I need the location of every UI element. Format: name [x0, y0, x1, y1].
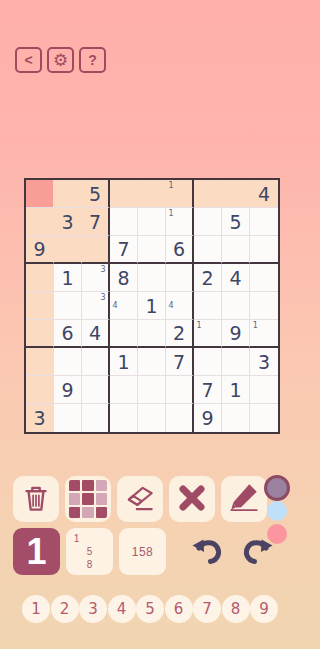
color-grid-icon	[69, 480, 107, 518]
cell-r3c8[interactable]	[250, 264, 278, 292]
pencil-mark-digit: 1	[167, 181, 175, 190]
numpad-9[interactable]: 9	[250, 595, 278, 623]
cell-r2c5[interactable]: 6	[166, 236, 194, 264]
cell-digit: 7	[173, 351, 185, 373]
pencil-marks: 1	[167, 181, 191, 206]
cell-r7c2[interactable]	[82, 376, 110, 404]
pencil-marks: 3	[83, 265, 107, 290]
pencil-marks: 1	[251, 321, 277, 345]
eraser-button[interactable]	[117, 476, 163, 522]
cell-r4c5[interactable]: 4	[166, 292, 194, 320]
cell-r3c1[interactable]: 1	[54, 264, 82, 292]
cell-r7c3[interactable]	[110, 376, 138, 404]
cell-r0c8[interactable]: 4	[250, 180, 278, 208]
numpad-5[interactable]: 5	[136, 595, 164, 623]
cell-r1c3[interactable]	[110, 208, 138, 236]
cell-r7c5[interactable]	[166, 376, 194, 404]
cell-r8c3[interactable]	[110, 404, 138, 432]
pencil-marks: 4	[111, 293, 136, 318]
cell-r3c4[interactable]	[138, 264, 166, 292]
cell-r4c3[interactable]: 4	[110, 292, 138, 320]
cell-r0c7[interactable]	[222, 180, 250, 208]
cell-r4c6[interactable]	[194, 292, 222, 320]
cell-digit: 6	[173, 238, 185, 260]
cell-r2c4[interactable]	[138, 236, 166, 264]
cell-r5c6[interactable]: 1	[194, 320, 222, 348]
cell-r0c4[interactable]	[138, 180, 166, 208]
trash-icon	[19, 481, 53, 518]
cell-r8c4[interactable]	[138, 404, 166, 432]
cell-r8c7[interactable]	[222, 404, 250, 432]
cell-r5c3[interactable]	[110, 320, 138, 348]
cell-digit: 1	[229, 379, 241, 401]
cell-r4c2[interactable]: 3	[82, 292, 110, 320]
pencil-marks: 1	[195, 321, 220, 345]
help-button[interactable]: ?	[79, 47, 106, 73]
undo-icon	[191, 556, 223, 571]
cell-r6c4[interactable]	[138, 348, 166, 376]
numpad-8[interactable]: 8	[222, 595, 250, 623]
redo-button[interactable]	[242, 536, 274, 568]
pencil-mark-digit: 4	[111, 301, 119, 310]
cell-r1c8[interactable]	[250, 208, 278, 236]
numpad-2[interactable]: 2	[51, 595, 79, 623]
color-grid-square	[82, 493, 93, 504]
cell-digit: 9	[229, 322, 241, 344]
cell-r2c7[interactable]	[222, 236, 250, 264]
cell-r5c0[interactable]	[26, 320, 54, 348]
center-marks-button[interactable]: 158	[119, 528, 166, 575]
cell-r7c4[interactable]	[138, 376, 166, 404]
cell-r1c4[interactable]	[138, 208, 166, 236]
back-icon: <	[24, 53, 32, 67]
cell-r2c2[interactable]	[82, 236, 110, 264]
color-grid-square	[82, 480, 93, 491]
pen-button[interactable]	[221, 476, 267, 522]
cell-r1c7[interactable]: 5	[222, 208, 250, 236]
cell-r2c1[interactable]	[54, 236, 82, 264]
color-dot-0[interactable]	[267, 478, 287, 498]
cell-r3c2[interactable]: 3	[82, 264, 110, 292]
numpad-6[interactable]: 6	[165, 595, 193, 623]
corner-marks-button[interactable]: 158	[66, 528, 113, 575]
cell-r6c6[interactable]	[194, 348, 222, 376]
cell-r7c0[interactable]	[26, 376, 54, 404]
cell-r1c5[interactable]: 1	[166, 208, 194, 236]
cell-r4c4[interactable]: 1	[138, 292, 166, 320]
numpad-3[interactable]: 3	[79, 595, 107, 623]
cell-r4c8[interactable]	[250, 292, 278, 320]
cell-r8c6[interactable]: 9	[194, 404, 222, 432]
color-grid-square	[96, 507, 107, 518]
delete-button[interactable]	[13, 476, 59, 522]
eraser-icon	[123, 481, 157, 518]
numpad-1[interactable]: 1	[22, 595, 50, 623]
cell-r7c8[interactable]	[250, 376, 278, 404]
cell-r7c6[interactable]: 7	[194, 376, 222, 404]
color-grid-square	[96, 480, 107, 491]
numpad-4[interactable]: 4	[108, 595, 136, 623]
cell-r0c3[interactable]	[110, 180, 138, 208]
cell-r4c7[interactable]	[222, 292, 250, 320]
cell-digit: 9	[33, 238, 45, 260]
cell-r0c6[interactable]	[194, 180, 222, 208]
cell-r2c6[interactable]	[194, 236, 222, 264]
number-pad: 123456789	[22, 595, 278, 623]
cell-digit: 9	[61, 379, 73, 401]
cell-digit: 2	[173, 322, 185, 344]
pencil-mark-digit: 3	[99, 293, 107, 302]
cell-digit: 7	[117, 238, 129, 260]
cell-digit: 3	[258, 351, 270, 373]
color-grid-button[interactable]	[65, 476, 111, 522]
cell-r3c6[interactable]: 2	[194, 264, 222, 292]
cell-digit: 4	[89, 322, 101, 344]
color-grid-square	[69, 480, 80, 491]
cell-r2c0[interactable]: 9	[26, 236, 54, 264]
entry-row: 1 158 158	[13, 528, 274, 575]
color-grid-square	[69, 507, 80, 518]
cell-r1c2[interactable]: 7	[82, 208, 110, 236]
cell-r5c7[interactable]: 9	[222, 320, 250, 348]
big-digit-button[interactable]: 1	[13, 528, 60, 575]
edit-toolbar	[13, 476, 267, 522]
pen-icon	[227, 481, 261, 518]
gear-icon: ⚙	[53, 52, 68, 69]
cell-r5c2[interactable]: 4	[82, 320, 110, 348]
numpad-7[interactable]: 7	[193, 595, 221, 623]
pencil-mark-digit: 1	[167, 209, 175, 218]
cell-r2c3[interactable]: 7	[110, 236, 138, 264]
corner-mark-digit: 8	[83, 558, 96, 571]
cell-r0c0[interactable]	[26, 180, 54, 208]
cell-digit: 7	[89, 211, 101, 233]
cell-r8c1[interactable]	[54, 404, 82, 432]
pencil-marks: 3	[83, 293, 107, 318]
cell-r1c0[interactable]	[26, 208, 54, 236]
cell-digit: 3	[33, 407, 45, 429]
cell-digit: 4	[229, 267, 241, 289]
cell-digit: 3	[61, 211, 73, 233]
cell-r6c3[interactable]: 1	[110, 348, 138, 376]
cell-digit: 1	[145, 295, 157, 317]
cell-r3c3[interactable]: 8	[110, 264, 138, 292]
pencil-mark-digit: 4	[167, 301, 175, 310]
cell-r8c8[interactable]	[250, 404, 278, 432]
question-icon: ?	[88, 53, 97, 67]
cell-r5c1[interactable]: 6	[54, 320, 82, 348]
color-grid-square	[69, 493, 80, 504]
cell-r5c5[interactable]: 2	[166, 320, 194, 348]
pencil-mark-digit: 1	[251, 321, 260, 330]
cell-r6c2[interactable]	[82, 348, 110, 376]
color-dot-1[interactable]	[267, 501, 287, 521]
cell-r6c7[interactable]	[222, 348, 250, 376]
corner-marks-preview: 158	[70, 532, 109, 571]
pencil-mark-digit: 3	[99, 265, 107, 274]
cell-r7c7[interactable]: 1	[222, 376, 250, 404]
cell-r8c2[interactable]	[82, 404, 110, 432]
color-grid-square	[82, 507, 93, 518]
clear-button[interactable]	[169, 476, 215, 522]
cell-r3c5[interactable]	[166, 264, 194, 292]
cell-r1c6[interactable]	[194, 208, 222, 236]
pencil-marks: 4	[167, 293, 191, 318]
cell-digit: 4	[258, 183, 270, 205]
cell-r8c0[interactable]: 3	[26, 404, 54, 432]
cell-r0c1[interactable]	[54, 180, 82, 208]
back-button[interactable]: <	[15, 47, 42, 73]
cell-r8c5[interactable]	[166, 404, 194, 432]
cell-r6c1[interactable]	[54, 348, 82, 376]
corner-mark-digit: 1	[70, 532, 83, 545]
cell-r7c1[interactable]: 9	[54, 376, 82, 404]
cell-r0c5[interactable]: 1	[166, 180, 194, 208]
cell-r6c0[interactable]	[26, 348, 54, 376]
center-marks-preview: 158	[132, 545, 154, 559]
corner-mark-digit: 5	[83, 545, 96, 558]
cell-digit: 1	[61, 267, 73, 289]
cell-digit: 5	[229, 211, 241, 233]
redo-icon	[242, 556, 274, 571]
cell-digit: 5	[89, 183, 101, 205]
cell-r5c4[interactable]	[138, 320, 166, 348]
cell-r4c0[interactable]	[26, 292, 54, 320]
cell-r6c5[interactable]: 7	[166, 348, 194, 376]
x-icon	[176, 482, 208, 517]
sudoku-board: 514371597613824341464219117397139	[24, 178, 280, 434]
cell-r2c8[interactable]	[250, 236, 278, 264]
header-toolbar: < ⚙ ?	[15, 47, 106, 73]
pencil-marks: 1	[167, 209, 191, 234]
cell-r3c7[interactable]: 4	[222, 264, 250, 292]
cell-r1c1[interactable]: 3	[54, 208, 82, 236]
cell-r4c1[interactable]	[54, 292, 82, 320]
settings-button[interactable]: ⚙	[47, 47, 74, 73]
cell-digit: 6	[61, 322, 73, 344]
cell-digit: 7	[201, 379, 213, 401]
color-grid-square	[96, 493, 107, 504]
cell-r5c8[interactable]: 1	[250, 320, 278, 348]
cell-digit: 8	[117, 267, 129, 289]
pencil-mark-digit: 1	[195, 321, 203, 330]
cell-r6c8[interactable]: 3	[250, 348, 278, 376]
cell-digit: 2	[201, 267, 213, 289]
cell-digit: 9	[201, 407, 213, 429]
cell-r3c0[interactable]	[26, 264, 54, 292]
undo-button[interactable]	[191, 536, 223, 568]
cell-digit: 1	[117, 351, 129, 373]
cell-r0c2[interactable]: 5	[82, 180, 110, 208]
